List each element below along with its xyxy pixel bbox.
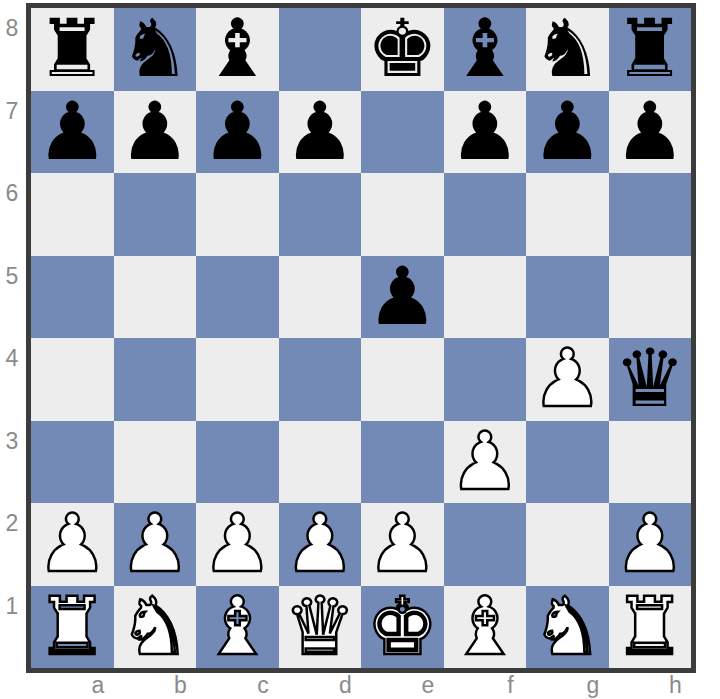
chess-board-page: ♜♞♝♚♝♞♜♟♟♟♟♟♟♟♟♟♛♟♟♟♟♟♟♟♜♞♝♛♚♝♞♜ 8765432… (0, 0, 720, 699)
square-a3[interactable] (31, 421, 114, 504)
black-knight-g8[interactable]: ♞ (531, 9, 603, 89)
file-label-f: f (496, 672, 526, 699)
square-e2[interactable]: ♟ (361, 503, 444, 586)
square-g5[interactable] (526, 256, 609, 339)
white-knight-g1[interactable]: ♞ (531, 587, 603, 667)
square-d8[interactable] (279, 8, 362, 91)
square-f8[interactable]: ♝ (444, 8, 527, 91)
square-a6[interactable] (31, 173, 114, 256)
square-d4[interactable] (279, 338, 362, 421)
square-c2[interactable]: ♟ (196, 503, 279, 586)
square-d5[interactable] (279, 256, 362, 339)
square-c6[interactable] (196, 173, 279, 256)
file-label-h: h (661, 672, 691, 699)
square-g1[interactable]: ♞ (526, 586, 609, 669)
file-label-g: g (578, 672, 608, 699)
square-f3[interactable]: ♟ (444, 421, 527, 504)
square-b7[interactable]: ♟ (114, 91, 197, 174)
white-rook-h1[interactable]: ♜ (614, 587, 686, 667)
black-rook-h8[interactable]: ♜ (614, 9, 686, 89)
black-pawn-h7[interactable]: ♟ (614, 92, 686, 172)
white-king-e1[interactable]: ♚ (366, 587, 438, 667)
square-h2[interactable]: ♟ (609, 503, 692, 586)
black-pawn-c7[interactable]: ♟ (201, 92, 273, 172)
square-a7[interactable]: ♟ (31, 91, 114, 174)
square-a1[interactable]: ♜ (31, 586, 114, 669)
white-pawn-b2[interactable]: ♟ (119, 504, 191, 584)
square-e5[interactable]: ♟ (361, 256, 444, 339)
file-label-e: e (413, 672, 443, 699)
square-b4[interactable] (114, 338, 197, 421)
square-e6[interactable] (361, 173, 444, 256)
rank-label-6: 6 (0, 178, 24, 208)
square-g8[interactable]: ♞ (526, 8, 609, 91)
square-e7[interactable] (361, 91, 444, 174)
square-b1[interactable]: ♞ (114, 586, 197, 669)
black-pawn-e5[interactable]: ♟ (366, 257, 438, 337)
square-c5[interactable] (196, 256, 279, 339)
square-e4[interactable] (361, 338, 444, 421)
rank-label-2: 2 (0, 508, 24, 538)
square-g4[interactable]: ♟ (526, 338, 609, 421)
file-label-d: d (331, 672, 361, 699)
black-bishop-c8[interactable]: ♝ (201, 9, 273, 89)
square-c1[interactable]: ♝ (196, 586, 279, 669)
square-g6[interactable] (526, 173, 609, 256)
black-pawn-d7[interactable]: ♟ (284, 92, 356, 172)
black-pawn-g7[interactable]: ♟ (531, 92, 603, 172)
square-g3[interactable] (526, 421, 609, 504)
square-a2[interactable]: ♟ (31, 503, 114, 586)
file-label-b: b (166, 672, 196, 699)
square-d7[interactable]: ♟ (279, 91, 362, 174)
black-queen-h4[interactable]: ♛ (614, 339, 686, 419)
square-h1[interactable]: ♜ (609, 586, 692, 669)
square-a4[interactable] (31, 338, 114, 421)
square-b5[interactable] (114, 256, 197, 339)
square-h6[interactable] (609, 173, 692, 256)
square-c7[interactable]: ♟ (196, 91, 279, 174)
white-bishop-c1[interactable]: ♝ (201, 587, 273, 667)
white-bishop-f1[interactable]: ♝ (449, 587, 521, 667)
square-e1[interactable]: ♚ (361, 586, 444, 669)
square-g2[interactable] (526, 503, 609, 586)
board-grid: ♜♞♝♚♝♞♜♟♟♟♟♟♟♟♟♟♛♟♟♟♟♟♟♟♜♞♝♛♚♝♞♜ (31, 8, 691, 668)
square-f2[interactable] (444, 503, 527, 586)
black-pawn-a7[interactable]: ♟ (36, 92, 108, 172)
square-b8[interactable]: ♞ (114, 8, 197, 91)
square-g7[interactable]: ♟ (526, 91, 609, 174)
square-e3[interactable] (361, 421, 444, 504)
white-pawn-g4[interactable]: ♟ (531, 339, 603, 419)
square-f7[interactable]: ♟ (444, 91, 527, 174)
black-pawn-b7[interactable]: ♟ (119, 92, 191, 172)
rank-label-1: 1 (0, 591, 24, 621)
square-h5[interactable] (609, 256, 692, 339)
square-c4[interactable] (196, 338, 279, 421)
white-pawn-c2[interactable]: ♟ (201, 504, 273, 584)
square-f6[interactable] (444, 173, 527, 256)
chess-board: ♜♞♝♚♝♞♜♟♟♟♟♟♟♟♟♟♛♟♟♟♟♟♟♟♜♞♝♛♚♝♞♜ (26, 3, 696, 673)
file-label-c: c (248, 672, 278, 699)
square-h4[interactable]: ♛ (609, 338, 692, 421)
rank-label-8: 8 (0, 13, 24, 43)
square-d3[interactable] (279, 421, 362, 504)
square-d2[interactable]: ♟ (279, 503, 362, 586)
square-b2[interactable]: ♟ (114, 503, 197, 586)
white-queen-d1[interactable]: ♛ (284, 587, 356, 667)
rank-label-5: 5 (0, 261, 24, 291)
square-c3[interactable] (196, 421, 279, 504)
white-pawn-f3[interactable]: ♟ (449, 422, 521, 502)
square-h8[interactable]: ♜ (609, 8, 692, 91)
square-h3[interactable] (609, 421, 692, 504)
rank-label-4: 4 (0, 343, 24, 373)
square-h7[interactable]: ♟ (609, 91, 692, 174)
black-rook-a8[interactable]: ♜ (36, 9, 108, 89)
rank-label-7: 7 (0, 96, 24, 126)
square-a5[interactable] (31, 256, 114, 339)
black-bishop-f8[interactable]: ♝ (449, 9, 521, 89)
white-rook-a1[interactable]: ♜ (36, 587, 108, 667)
square-a8[interactable]: ♜ (31, 8, 114, 91)
square-b3[interactable] (114, 421, 197, 504)
square-f5[interactable] (444, 256, 527, 339)
white-pawn-e2[interactable]: ♟ (366, 504, 438, 584)
black-knight-b8[interactable]: ♞ (119, 9, 191, 89)
square-f4[interactable] (444, 338, 527, 421)
square-b6[interactable] (114, 173, 197, 256)
square-d1[interactable]: ♛ (279, 586, 362, 669)
square-e8[interactable]: ♚ (361, 8, 444, 91)
file-label-a: a (83, 672, 113, 699)
black-king-e8[interactable]: ♚ (366, 9, 438, 89)
black-pawn-f7[interactable]: ♟ (449, 92, 521, 172)
white-pawn-a2[interactable]: ♟ (36, 504, 108, 584)
white-knight-b1[interactable]: ♞ (119, 587, 191, 667)
white-pawn-h2[interactable]: ♟ (614, 504, 686, 584)
square-d6[interactable] (279, 173, 362, 256)
square-f1[interactable]: ♝ (444, 586, 527, 669)
rank-label-3: 3 (0, 426, 24, 456)
white-pawn-d2[interactable]: ♟ (284, 504, 356, 584)
square-c8[interactable]: ♝ (196, 8, 279, 91)
